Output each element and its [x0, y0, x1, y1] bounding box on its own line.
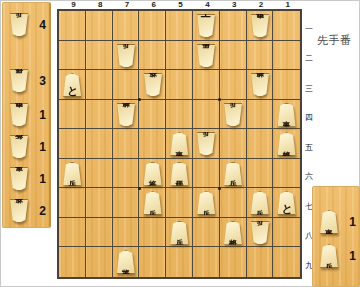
gote-pawn-piece[interactable]: 歩兵 — [223, 103, 243, 127]
piece-kanji: 歩兵 — [223, 103, 243, 124]
gote-rook-piece[interactable]: 飛車 — [9, 103, 29, 127]
piece-body: 龍馬 — [196, 44, 216, 68]
square-6-1[interactable] — [139, 11, 166, 41]
square-7-3[interactable] — [113, 70, 140, 100]
square-6-5[interactable] — [139, 129, 166, 159]
gote-pawn-piece[interactable]: 歩兵 — [250, 221, 270, 245]
square-1-2[interactable] — [273, 41, 300, 71]
piece-body: 銀将 — [223, 221, 243, 245]
square-1-9[interactable] — [273, 247, 300, 277]
square-3-9[interactable] — [220, 247, 247, 277]
rank-label-6: 六 — [303, 171, 315, 182]
square-8-6[interactable] — [86, 159, 113, 189]
square-8-9[interactable] — [86, 247, 113, 277]
hand-count: 3 — [39, 74, 46, 88]
piece-body: 歩兵 — [9, 13, 29, 37]
file-labels: 987654321 — [59, 0, 301, 9]
rank-label-3: 三 — [303, 83, 315, 94]
file-label-4: 4 — [194, 0, 221, 9]
piece-kanji: 桂馬 — [9, 69, 29, 90]
piece-body: 角行 — [9, 135, 29, 159]
sente-lance-piece[interactable]: 香車 — [319, 210, 339, 234]
star-point — [218, 187, 221, 190]
sente-silver-piece[interactable]: 銀将 — [277, 132, 297, 156]
hand-count: 1 — [39, 140, 46, 154]
piece-body: 玉将 — [116, 250, 136, 274]
square-7-5[interactable] — [113, 129, 140, 159]
square-7-8[interactable] — [113, 218, 140, 248]
piece-kanji: 歩兵 — [169, 224, 189, 245]
square-7-6[interactable] — [113, 159, 140, 189]
piece-kanji: 玉将 — [116, 253, 136, 274]
piece-kanji: 歩兵 — [223, 165, 243, 186]
gote-silver-piece[interactable]: 銀将 — [250, 73, 270, 97]
piece-kanji: 歩兵 — [62, 165, 82, 186]
square-4-9[interactable] — [193, 247, 220, 277]
piece-body: 歩兵 — [223, 162, 243, 186]
square-3-1[interactable] — [220, 11, 247, 41]
rank-label-1: 一 — [303, 24, 315, 35]
sente-pawn-piece[interactable]: 歩兵 — [223, 162, 243, 186]
sente-king-piece[interactable]: 玉将 — [116, 250, 136, 274]
sente-lance-piece[interactable]: 香車 — [169, 132, 189, 156]
square-9-7[interactable] — [59, 188, 86, 218]
sente-pawn-piece[interactable]: 歩兵 — [250, 191, 270, 215]
piece-body: 歩兵 — [196, 191, 216, 215]
square-4-3[interactable] — [193, 70, 220, 100]
rank-label-4: 四 — [303, 112, 315, 123]
piece-body: 飛車 — [9, 103, 29, 127]
square-2-4[interactable] — [247, 100, 274, 130]
hand-count: 1 — [39, 172, 46, 186]
piece-body: 歩兵 — [169, 221, 189, 245]
square-5-9[interactable] — [166, 247, 193, 277]
square-5-1[interactable] — [166, 11, 193, 41]
piece-body: 桂馬 — [9, 69, 29, 93]
square-9-9[interactable] — [59, 247, 86, 277]
piece-body: 歩兵 — [250, 191, 270, 215]
piece-body: 銀将 — [116, 103, 136, 127]
file-label-7: 7 — [114, 0, 141, 9]
piece-kanji: 歩兵 — [196, 194, 216, 215]
square-4-8[interactable] — [193, 218, 220, 248]
piece-body: 金将 — [9, 199, 29, 223]
piece-body: 銀将 — [277, 132, 297, 156]
hand-count: 4 — [39, 18, 46, 32]
file-label-2: 2 — [248, 0, 275, 9]
hand-count: 1 — [39, 108, 46, 122]
piece-body: 歩兵 — [143, 191, 163, 215]
piece-body: 香車 — [277, 103, 297, 127]
piece-body: 歩兵 — [116, 44, 136, 68]
square-8-8[interactable] — [86, 218, 113, 248]
piece-body: 飛車 — [250, 14, 270, 38]
square-8-4[interactable] — [86, 100, 113, 130]
square-2-9[interactable] — [247, 247, 274, 277]
sente-silver-piece[interactable]: 銀将 — [223, 221, 243, 245]
piece-kanji: 銀将 — [250, 73, 270, 94]
piece-body: 歩兵 — [62, 162, 82, 186]
sente-hand-lance: 香車1 — [313, 209, 359, 237]
square-9-1[interactable] — [59, 11, 86, 41]
square-9-2[interactable] — [59, 41, 86, 71]
square-3-2[interactable] — [220, 41, 247, 71]
sente-pawn-piece[interactable]: 歩兵 — [143, 191, 163, 215]
sente-captured-tray: 香車1歩兵1 — [312, 186, 360, 287]
square-2-5[interactable] — [247, 129, 274, 159]
piece-body: 歩兵 — [196, 132, 216, 156]
sente-lance-piece[interactable]: 香車 — [277, 103, 297, 127]
piece-kanji: 龍馬 — [196, 44, 216, 65]
piece-kanji: 香車 — [9, 167, 29, 188]
gote-hand-knight: 桂馬3 — [3, 68, 49, 96]
shogi-board: 王飛車歩兵龍馬と金将銀将銀将歩兵香車香車歩兵銀将歩兵金将桂馬歩兵歩兵歩兵歩兵と歩… — [57, 9, 302, 279]
file-label-6: 6 — [140, 0, 167, 9]
square-8-3[interactable] — [86, 70, 113, 100]
square-4-4[interactable] — [193, 100, 220, 130]
gote-hand-rook: 飛車1 — [3, 102, 49, 130]
board-grid: 王飛車歩兵龍馬と金将銀将銀将歩兵香車香車歩兵銀将歩兵金将桂馬歩兵歩兵歩兵歩兵と歩… — [59, 11, 300, 277]
piece-body: と — [62, 73, 82, 97]
rank-label-5: 五 — [303, 142, 315, 153]
gote-hand-gold: 金将2 — [3, 198, 49, 226]
hand-count: 1 — [349, 215, 356, 229]
sente-tokin-piece[interactable]: と — [277, 191, 297, 215]
gote-promoted-bishop-piece[interactable]: 龍馬 — [196, 44, 216, 68]
piece-kanji: 王 — [196, 16, 216, 37]
gote-captured-tray: 歩兵4桂馬3飛車1角行1香車1金将2 — [2, 2, 51, 228]
piece-kanji: と — [62, 74, 82, 95]
piece-body: 桂馬 — [169, 162, 189, 186]
square-8-5[interactable] — [86, 129, 113, 159]
gote-knight-piece[interactable]: 桂馬 — [9, 69, 29, 93]
gote-rook-piece[interactable]: 飛車 — [250, 14, 270, 38]
square-6-8[interactable] — [139, 218, 166, 248]
gote-gold-piece[interactable]: 金将 — [143, 73, 163, 97]
piece-kanji: 歩兵 — [319, 247, 339, 268]
square-1-1[interactable] — [273, 11, 300, 41]
square-2-6[interactable] — [247, 159, 274, 189]
piece-kanji: 飛車 — [9, 103, 29, 124]
square-1-6[interactable] — [273, 159, 300, 189]
gote-pawn-piece[interactable]: 歩兵 — [196, 132, 216, 156]
hand-count: 2 — [39, 204, 46, 218]
sente-gold-piece[interactable]: 金将 — [143, 162, 163, 186]
piece-kanji: 歩兵 — [250, 194, 270, 215]
piece-body: 香車 — [9, 167, 29, 191]
square-6-9[interactable] — [139, 247, 166, 277]
square-9-4[interactable] — [59, 100, 86, 130]
gote-lance-piece[interactable]: 香車 — [9, 167, 29, 191]
piece-body: 歩兵 — [250, 221, 270, 245]
piece-kanji: 香車 — [319, 213, 339, 234]
sente-pawn-piece[interactable]: 歩兵 — [169, 221, 189, 245]
piece-body: 金将 — [143, 162, 163, 186]
gote-silver-piece[interactable]: 銀将 — [116, 103, 136, 127]
file-label-8: 8 — [87, 0, 114, 9]
square-4-6[interactable] — [193, 159, 220, 189]
piece-body: と — [277, 191, 297, 215]
square-3-3[interactable] — [220, 70, 247, 100]
turn-indicator: 先手番 — [317, 33, 352, 48]
gote-pawn-piece[interactable]: 歩兵 — [9, 13, 29, 37]
square-6-2[interactable] — [139, 41, 166, 71]
square-5-7[interactable] — [166, 188, 193, 218]
star-point — [138, 187, 141, 190]
square-5-4[interactable] — [166, 100, 193, 130]
square-7-7[interactable] — [113, 188, 140, 218]
square-3-7[interactable] — [220, 188, 247, 218]
shogi-diagram: 歩兵4桂馬3飛車1角行1香車1金将2 987654321 一二三四五六七八九 王… — [0, 0, 360, 287]
square-3-5[interactable] — [220, 129, 247, 159]
piece-body: 歩兵 — [223, 103, 243, 127]
piece-kanji: 歩兵 — [9, 13, 29, 34]
square-8-2[interactable] — [86, 41, 113, 71]
piece-kanji: 金将 — [143, 73, 163, 94]
gote-pawn-piece[interactable]: 歩兵 — [116, 44, 136, 68]
square-5-2[interactable] — [166, 41, 193, 71]
square-1-8[interactable] — [273, 218, 300, 248]
square-9-8[interactable] — [59, 218, 86, 248]
file-label-1: 1 — [274, 0, 301, 9]
piece-kanji: 金将 — [143, 165, 163, 186]
square-9-5[interactable] — [59, 129, 86, 159]
piece-kanji: 飛車 — [250, 14, 270, 35]
piece-body: 銀将 — [250, 73, 270, 97]
square-7-1[interactable] — [113, 11, 140, 41]
sente-pawn-piece[interactable]: 歩兵 — [196, 191, 216, 215]
square-2-2[interactable] — [247, 41, 274, 71]
gote-king-piece[interactable]: 王 — [196, 14, 216, 38]
sente-knight-piece[interactable]: 桂馬 — [169, 162, 189, 186]
square-6-4[interactable] — [139, 100, 166, 130]
piece-body: 金将 — [143, 73, 163, 97]
sente-pawn-piece[interactable]: 歩兵 — [319, 244, 339, 268]
piece-kanji: 銀将 — [223, 224, 243, 245]
gote-gold-piece[interactable]: 金将 — [9, 199, 29, 223]
piece-kanji: 歩兵 — [196, 132, 216, 153]
square-8-7[interactable] — [86, 188, 113, 218]
piece-kanji: 角行 — [9, 135, 29, 156]
square-1-3[interactable] — [273, 70, 300, 100]
square-5-3[interactable] — [166, 70, 193, 100]
piece-kanji: 桂馬 — [169, 165, 189, 186]
piece-body: 香車 — [169, 132, 189, 156]
piece-body: 香車 — [319, 210, 339, 234]
piece-kanji: 銀将 — [277, 135, 297, 156]
star-point — [138, 98, 141, 101]
gote-hand-lance: 香車1 — [3, 166, 49, 194]
piece-body: 歩兵 — [319, 244, 339, 268]
rank-label-2: 二 — [303, 53, 315, 64]
gote-hand-pawn: 歩兵4 — [3, 12, 49, 40]
gote-bishop-piece[interactable]: 角行 — [9, 135, 29, 159]
piece-body: 王 — [196, 14, 216, 38]
piece-kanji: 銀将 — [116, 103, 136, 124]
square-8-1[interactable] — [86, 11, 113, 41]
piece-kanji: 歩兵 — [250, 221, 270, 242]
file-label-5: 5 — [167, 0, 194, 9]
sente-tokin-piece[interactable]: と — [62, 73, 82, 97]
sente-pawn-piece[interactable]: 歩兵 — [62, 162, 82, 186]
piece-kanji: 金将 — [9, 199, 29, 220]
piece-kanji: と — [277, 192, 297, 213]
hand-count: 1 — [349, 249, 356, 263]
piece-kanji: 香車 — [277, 106, 297, 127]
file-label-9: 9 — [60, 0, 87, 9]
piece-kanji: 歩兵 — [116, 44, 136, 65]
sente-hand-pawn: 歩兵1 — [313, 243, 359, 271]
piece-kanji: 香車 — [169, 135, 189, 156]
piece-kanji: 歩兵 — [143, 194, 163, 215]
file-label-3: 3 — [221, 0, 248, 9]
gote-hand-bishop: 角行1 — [3, 134, 49, 162]
